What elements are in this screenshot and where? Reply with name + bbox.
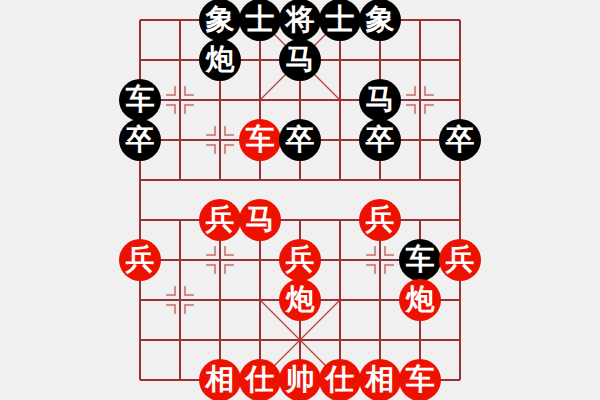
red-soldier-glyph: 兵 [366, 205, 395, 234]
black-elephant-glyph: 象 [206, 5, 235, 34]
red-elephant-glyph: 相 [206, 365, 235, 394]
black-chariot[interactable]: 车 [119, 79, 161, 121]
black-horse[interactable]: 马 [279, 39, 321, 81]
red-chariot[interactable]: 车 [239, 119, 281, 161]
red-cannon[interactable]: 炮 [279, 279, 321, 321]
black-horse-glyph: 马 [366, 85, 395, 114]
black-chariot-glyph: 车 [406, 245, 435, 274]
red-advisor-glyph: 仕 [246, 365, 275, 394]
red-soldier[interactable]: 兵 [439, 239, 481, 281]
black-advisor[interactable]: 士 [319, 0, 361, 41]
red-soldier[interactable]: 兵 [199, 199, 241, 241]
black-elephant[interactable]: 象 [359, 0, 401, 41]
black-soldier[interactable]: 卒 [359, 119, 401, 161]
black-soldier-glyph: 卒 [126, 125, 155, 154]
black-elephant[interactable]: 象 [199, 0, 241, 41]
black-chariot-glyph: 车 [126, 85, 155, 114]
black-soldier-glyph: 卒 [286, 125, 315, 154]
black-soldier[interactable]: 卒 [279, 119, 321, 161]
black-general-glyph: 将 [286, 5, 315, 34]
black-horse-glyph: 马 [286, 45, 315, 74]
red-soldier-glyph: 兵 [126, 245, 155, 274]
red-horse[interactable]: 马 [239, 199, 281, 241]
red-elephant[interactable]: 相 [359, 359, 401, 400]
black-cannon-glyph: 炮 [206, 45, 235, 74]
black-soldier[interactable]: 卒 [119, 119, 161, 161]
red-soldier[interactable]: 兵 [119, 239, 161, 281]
piece-layer: 象士将士象炮马车马卒车卒卒卒兵马兵兵兵车兵炮炮相仕帅仕相车 [120, 0, 480, 400]
black-soldier-glyph: 卒 [366, 125, 395, 154]
red-advisor-glyph: 仕 [326, 365, 355, 394]
black-soldier[interactable]: 卒 [439, 119, 481, 161]
red-cannon-glyph: 炮 [406, 285, 435, 314]
black-general[interactable]: 将 [279, 0, 321, 41]
red-cannon-glyph: 炮 [286, 285, 315, 314]
red-soldier[interactable]: 兵 [279, 239, 321, 281]
xiangqi-board: 象士将士象炮马车马卒车卒卒卒兵马兵兵兵车兵炮炮相仕帅仕相车 [0, 0, 600, 400]
red-general-glyph: 帅 [286, 365, 315, 394]
black-advisor-glyph: 士 [326, 5, 355, 34]
red-advisor[interactable]: 仕 [319, 359, 361, 400]
red-chariot[interactable]: 车 [399, 359, 441, 400]
red-chariot-glyph: 车 [406, 365, 435, 394]
black-advisor[interactable]: 士 [239, 0, 281, 41]
red-soldier[interactable]: 兵 [359, 199, 401, 241]
black-horse[interactable]: 马 [359, 79, 401, 121]
red-soldier-glyph: 兵 [446, 245, 475, 274]
black-elephant-glyph: 象 [366, 5, 395, 34]
red-elephant[interactable]: 相 [199, 359, 241, 400]
black-soldier-glyph: 卒 [446, 125, 475, 154]
red-advisor[interactable]: 仕 [239, 359, 281, 400]
red-general[interactable]: 帅 [279, 359, 321, 400]
red-horse-glyph: 马 [246, 205, 275, 234]
red-elephant-glyph: 相 [366, 365, 395, 394]
red-chariot-glyph: 车 [246, 125, 275, 154]
black-chariot[interactable]: 车 [399, 239, 441, 281]
black-advisor-glyph: 士 [246, 5, 275, 34]
black-cannon[interactable]: 炮 [199, 39, 241, 81]
red-cannon[interactable]: 炮 [399, 279, 441, 321]
red-soldier-glyph: 兵 [286, 245, 315, 274]
red-soldier-glyph: 兵 [206, 205, 235, 234]
